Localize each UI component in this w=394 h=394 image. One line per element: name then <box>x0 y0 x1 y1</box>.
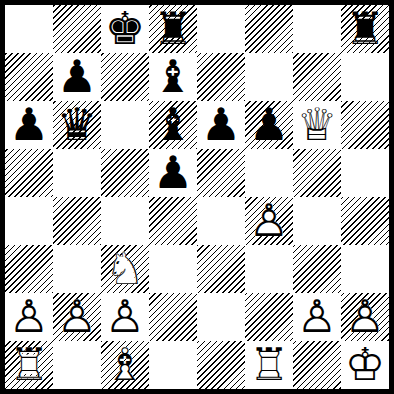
square-e3[interactable] <box>197 245 245 293</box>
square-c1[interactable]: ♝♗ <box>101 341 149 389</box>
square-f7[interactable] <box>245 53 293 101</box>
square-c7[interactable] <box>101 53 149 101</box>
white-rook-body: ♜ <box>245 341 293 389</box>
square-c5[interactable] <box>101 149 149 197</box>
square-g4[interactable] <box>293 197 341 245</box>
square-g1[interactable] <box>293 341 341 389</box>
square-c6[interactable] <box>101 101 149 149</box>
black-pawn-icon: ♟ <box>197 101 245 149</box>
square-g6[interactable]: ♛♕ <box>293 101 341 149</box>
white-pawn-body: ♟ <box>293 293 341 341</box>
white-pawn-icon: ♙ <box>53 293 101 341</box>
white-pawn-icon: ♙ <box>293 293 341 341</box>
square-a1[interactable]: ♜♖ <box>5 341 53 389</box>
square-d4[interactable] <box>149 197 197 245</box>
square-g2[interactable]: ♟♙ <box>293 293 341 341</box>
square-b7[interactable]: ♟ <box>53 53 101 101</box>
square-g3[interactable] <box>293 245 341 293</box>
square-e7[interactable] <box>197 53 245 101</box>
white-queen-icon: ♕ <box>293 101 341 149</box>
white-queen-body: ♛ <box>293 101 341 149</box>
square-b8[interactable] <box>53 5 101 53</box>
square-f4[interactable]: ♟♙ <box>245 197 293 245</box>
white-pawn-body: ♟ <box>341 293 389 341</box>
white-pawn-icon: ♙ <box>245 197 293 245</box>
square-b3[interactable] <box>53 245 101 293</box>
square-c8[interactable]: ♚ <box>101 5 149 53</box>
square-c3[interactable]: ♞♘ <box>101 245 149 293</box>
square-e8[interactable] <box>197 5 245 53</box>
black-pawn-icon: ♟ <box>245 101 293 149</box>
square-h6[interactable] <box>341 101 389 149</box>
white-king-body: ♚ <box>341 341 389 389</box>
white-rook-icon: ♖ <box>245 341 293 389</box>
chess-board: ♚♜♜♟♝♟♛♝♟♟♛♕♟♟♙♞♘♟♙♟♙♟♙♟♙♟♙♜♖♝♗♜♖♚♔ <box>0 0 394 394</box>
square-f1[interactable]: ♜♖ <box>245 341 293 389</box>
square-h2[interactable]: ♟♙ <box>341 293 389 341</box>
square-h7[interactable] <box>341 53 389 101</box>
square-f6[interactable]: ♟ <box>245 101 293 149</box>
black-king-icon: ♚ <box>101 5 149 53</box>
square-g5[interactable] <box>293 149 341 197</box>
white-knight-body: ♞ <box>101 245 149 293</box>
square-h5[interactable] <box>341 149 389 197</box>
black-bishop-icon: ♝ <box>149 101 197 149</box>
black-pawn-icon: ♟ <box>149 149 197 197</box>
square-a5[interactable] <box>5 149 53 197</box>
square-d1[interactable] <box>149 341 197 389</box>
square-f3[interactable] <box>245 245 293 293</box>
black-pawn-icon: ♟ <box>53 53 101 101</box>
square-c4[interactable] <box>101 197 149 245</box>
square-e2[interactable] <box>197 293 245 341</box>
square-b2[interactable]: ♟♙ <box>53 293 101 341</box>
square-d7[interactable]: ♝ <box>149 53 197 101</box>
square-f8[interactable] <box>245 5 293 53</box>
white-bishop-body: ♝ <box>101 341 149 389</box>
white-pawn-icon: ♙ <box>101 293 149 341</box>
square-g7[interactable] <box>293 53 341 101</box>
white-pawn-body: ♟ <box>101 293 149 341</box>
white-pawn-body: ♟ <box>245 197 293 245</box>
square-e4[interactable] <box>197 197 245 245</box>
square-d6[interactable]: ♝ <box>149 101 197 149</box>
white-knight-icon: ♘ <box>101 245 149 293</box>
square-c2[interactable]: ♟♙ <box>101 293 149 341</box>
white-pawn-body: ♟ <box>5 293 53 341</box>
square-g8[interactable] <box>293 5 341 53</box>
square-d2[interactable] <box>149 293 197 341</box>
white-king-icon: ♔ <box>341 341 389 389</box>
square-a3[interactable] <box>5 245 53 293</box>
square-b5[interactable] <box>53 149 101 197</box>
black-pawn-icon: ♟ <box>5 101 53 149</box>
white-rook-body: ♜ <box>5 341 53 389</box>
square-f5[interactable] <box>245 149 293 197</box>
square-e5[interactable] <box>197 149 245 197</box>
square-a6[interactable]: ♟ <box>5 101 53 149</box>
black-queen-icon: ♛ <box>53 101 101 149</box>
square-e6[interactable]: ♟ <box>197 101 245 149</box>
black-rook-icon: ♜ <box>149 5 197 53</box>
square-a8[interactable] <box>5 5 53 53</box>
square-h3[interactable] <box>341 245 389 293</box>
square-d8[interactable]: ♜ <box>149 5 197 53</box>
square-d3[interactable] <box>149 245 197 293</box>
square-a2[interactable]: ♟♙ <box>5 293 53 341</box>
square-a7[interactable] <box>5 53 53 101</box>
square-a4[interactable] <box>5 197 53 245</box>
white-rook-icon: ♖ <box>5 341 53 389</box>
square-b1[interactable] <box>53 341 101 389</box>
square-d5[interactable]: ♟ <box>149 149 197 197</box>
square-b4[interactable] <box>53 197 101 245</box>
black-bishop-icon: ♝ <box>149 53 197 101</box>
white-bishop-icon: ♗ <box>101 341 149 389</box>
square-h1[interactable]: ♚♔ <box>341 341 389 389</box>
square-f2[interactable] <box>245 293 293 341</box>
white-pawn-body: ♟ <box>53 293 101 341</box>
black-rook-icon: ♜ <box>341 5 389 53</box>
square-h4[interactable] <box>341 197 389 245</box>
white-pawn-icon: ♙ <box>5 293 53 341</box>
square-h8[interactable]: ♜ <box>341 5 389 53</box>
square-e1[interactable] <box>197 341 245 389</box>
white-pawn-icon: ♙ <box>341 293 389 341</box>
chess-diagram: ♚♜♜♟♝♟♛♝♟♟♛♕♟♟♙♞♘♟♙♟♙♟♙♟♙♟♙♜♖♝♗♜♖♚♔ <box>0 0 394 394</box>
square-b6[interactable]: ♛ <box>53 101 101 149</box>
